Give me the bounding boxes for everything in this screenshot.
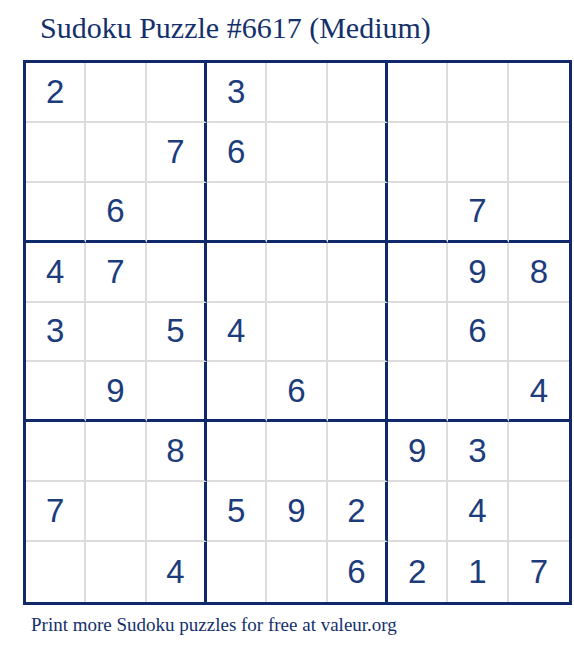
cell-r9c8[interactable]: 1 [448, 542, 508, 602]
cell-r4c9[interactable]: 8 [509, 243, 569, 303]
cell-r3c5[interactable] [267, 183, 327, 243]
cell-r9c5[interactable] [267, 542, 327, 602]
cell-r5c1[interactable]: 3 [26, 303, 86, 363]
cell-r6c3[interactable] [147, 362, 207, 422]
cell-r7c4[interactable] [207, 422, 267, 482]
cell-r8c7[interactable] [388, 482, 448, 542]
cell-r2c9[interactable] [509, 123, 569, 183]
cell-r1c1[interactable]: 2 [26, 63, 86, 123]
cell-r7c3[interactable]: 8 [147, 422, 207, 482]
cell-r1c2[interactable] [86, 63, 146, 123]
footer-text: Print more Sudoku puzzles for free at va… [31, 614, 397, 636]
cell-r5c3[interactable]: 5 [147, 303, 207, 363]
cell-r5c8[interactable]: 6 [448, 303, 508, 363]
cell-r2c8[interactable] [448, 123, 508, 183]
cell-r8c9[interactable] [509, 482, 569, 542]
cell-r3c9[interactable] [509, 183, 569, 243]
cell-r6c1[interactable] [26, 362, 86, 422]
cell-r3c6[interactable] [328, 183, 388, 243]
cell-r7c6[interactable] [328, 422, 388, 482]
cell-r1c4[interactable]: 3 [207, 63, 267, 123]
sudoku-board: 237667479835469648937592446217 [23, 60, 572, 605]
cell-r8c4[interactable]: 5 [207, 482, 267, 542]
cell-r6c2[interactable]: 9 [86, 362, 146, 422]
cell-r6c7[interactable] [388, 362, 448, 422]
page-title: Sudoku Puzzle #6617 (Medium) [40, 11, 431, 44]
cell-r8c2[interactable] [86, 482, 146, 542]
cell-r6c5[interactable]: 6 [267, 362, 327, 422]
cell-r6c8[interactable] [448, 362, 508, 422]
cell-r3c8[interactable]: 7 [448, 183, 508, 243]
cell-r7c7[interactable]: 9 [388, 422, 448, 482]
cell-r8c6[interactable]: 2 [328, 482, 388, 542]
cell-r2c6[interactable] [328, 123, 388, 183]
cell-r1c9[interactable] [509, 63, 569, 123]
cell-r1c5[interactable] [267, 63, 327, 123]
cell-r1c3[interactable] [147, 63, 207, 123]
cell-r1c8[interactable] [448, 63, 508, 123]
cell-r5c6[interactable] [328, 303, 388, 363]
cell-r5c5[interactable] [267, 303, 327, 363]
cell-r7c9[interactable] [509, 422, 569, 482]
cell-r6c6[interactable] [328, 362, 388, 422]
cell-r4c7[interactable] [388, 243, 448, 303]
cell-r5c9[interactable] [509, 303, 569, 363]
cell-r5c7[interactable] [388, 303, 448, 363]
cell-r9c4[interactable] [207, 542, 267, 602]
cell-r3c7[interactable] [388, 183, 448, 243]
cell-r2c4[interactable]: 6 [207, 123, 267, 183]
cell-r9c7[interactable]: 2 [388, 542, 448, 602]
cell-r5c4[interactable]: 4 [207, 303, 267, 363]
cell-r8c1[interactable]: 7 [26, 482, 86, 542]
cell-r9c2[interactable] [86, 542, 146, 602]
cell-r2c1[interactable] [26, 123, 86, 183]
cell-r8c3[interactable] [147, 482, 207, 542]
cell-r2c2[interactable] [86, 123, 146, 183]
cell-r4c8[interactable]: 9 [448, 243, 508, 303]
cell-r3c4[interactable] [207, 183, 267, 243]
cell-r2c7[interactable] [388, 123, 448, 183]
cell-r9c3[interactable]: 4 [147, 542, 207, 602]
cell-r9c6[interactable]: 6 [328, 542, 388, 602]
cell-r3c1[interactable] [26, 183, 86, 243]
cell-r8c8[interactable]: 4 [448, 482, 508, 542]
cell-r4c6[interactable] [328, 243, 388, 303]
cell-r4c1[interactable]: 4 [26, 243, 86, 303]
cell-r3c3[interactable] [147, 183, 207, 243]
cell-r2c3[interactable]: 7 [147, 123, 207, 183]
cell-r7c1[interactable] [26, 422, 86, 482]
cell-r4c3[interactable] [147, 243, 207, 303]
cell-r7c5[interactable] [267, 422, 327, 482]
cell-r2c5[interactable] [267, 123, 327, 183]
cell-r1c7[interactable] [388, 63, 448, 123]
cell-r4c2[interactable]: 7 [86, 243, 146, 303]
cell-r5c2[interactable] [86, 303, 146, 363]
cell-r1c6[interactable] [328, 63, 388, 123]
cell-r4c5[interactable] [267, 243, 327, 303]
cell-r3c2[interactable]: 6 [86, 183, 146, 243]
cell-r4c4[interactable] [207, 243, 267, 303]
cell-r9c1[interactable] [26, 542, 86, 602]
cell-r8c5[interactable]: 9 [267, 482, 327, 542]
cell-r9c9[interactable]: 7 [509, 542, 569, 602]
cell-r7c8[interactable]: 3 [448, 422, 508, 482]
cell-r6c4[interactable] [207, 362, 267, 422]
cell-r7c2[interactable] [86, 422, 146, 482]
cell-r6c9[interactable]: 4 [509, 362, 569, 422]
